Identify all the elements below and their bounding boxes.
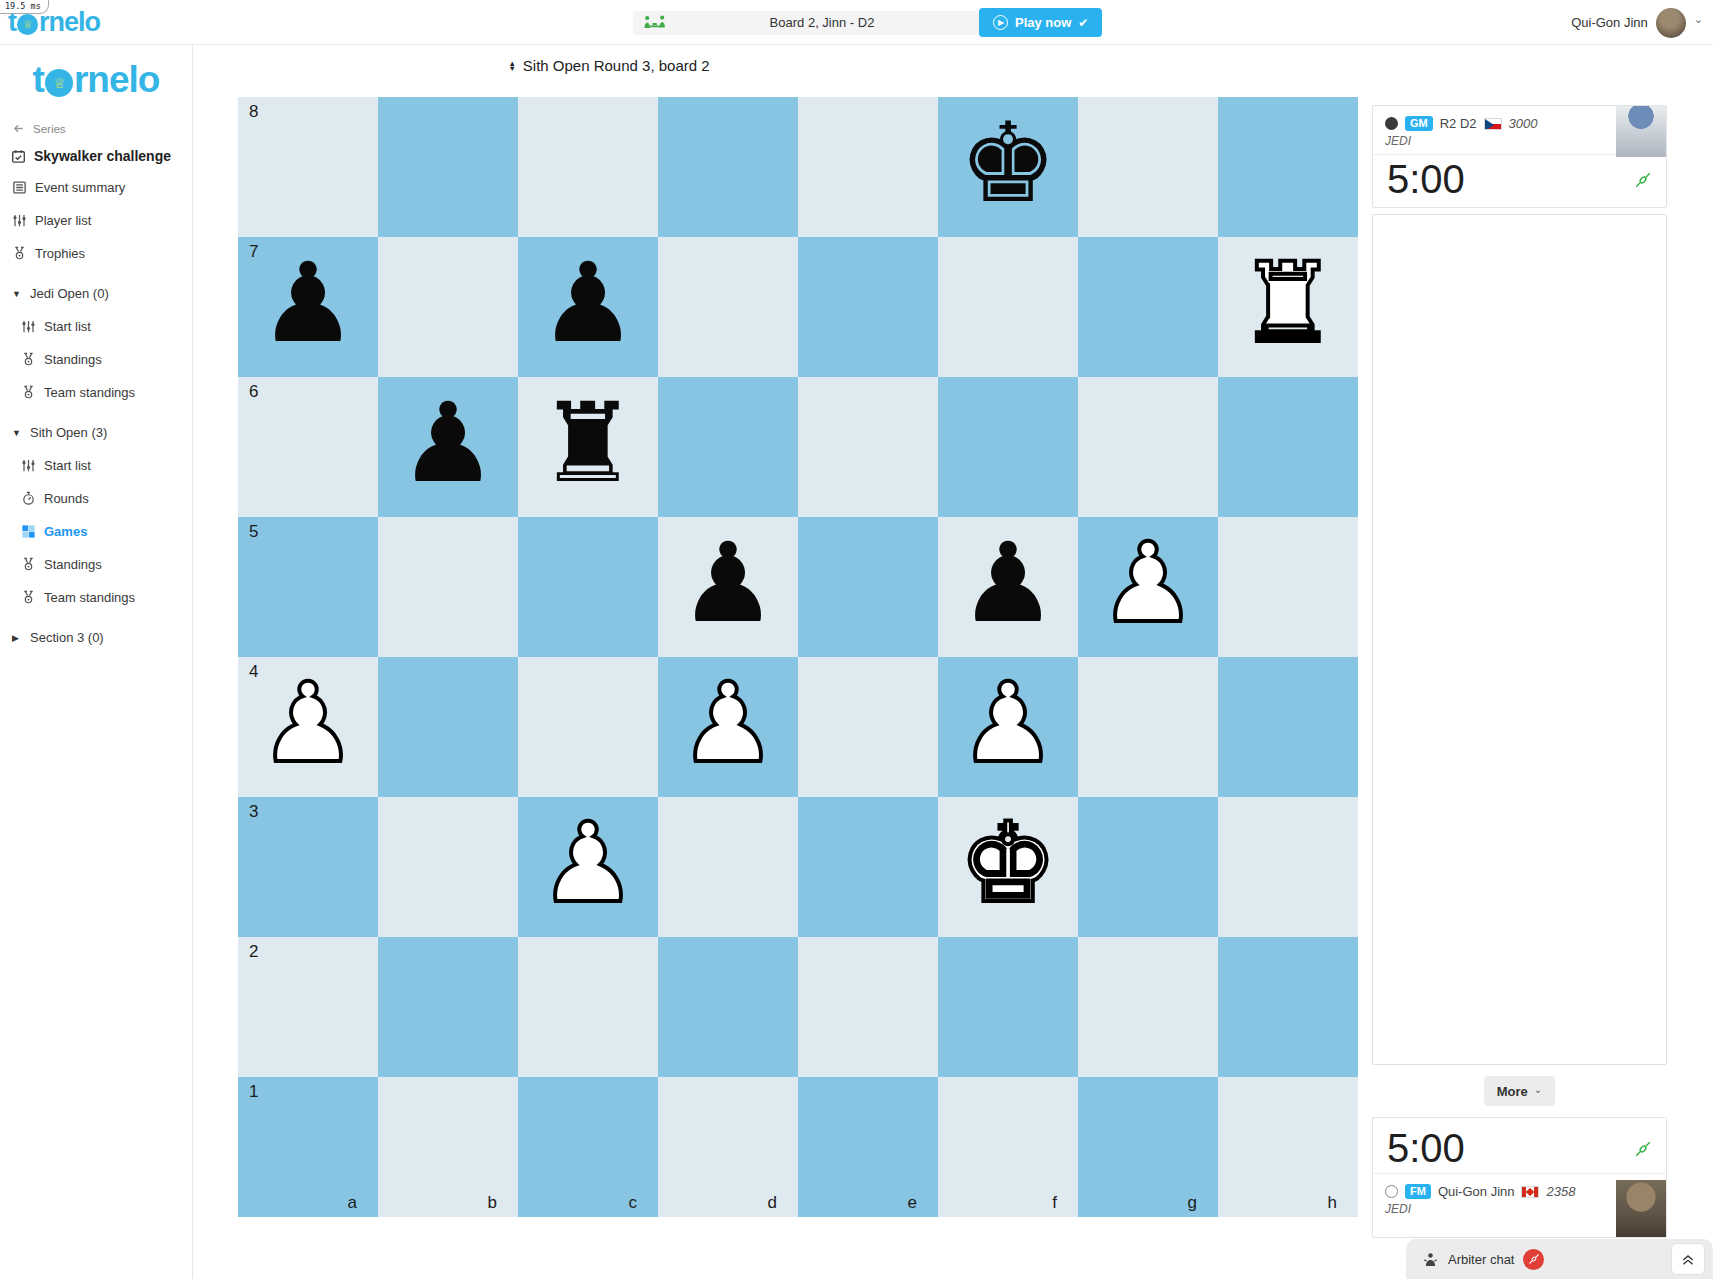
sidebar-item-start-list[interactable]: Start list xyxy=(0,449,192,482)
medal-icon xyxy=(21,590,36,605)
square-h5[interactable] xyxy=(1218,517,1358,657)
connected-plug-icon xyxy=(1634,1140,1652,1158)
flag-czech-republic-icon xyxy=(1484,118,1502,130)
square-b1[interactable]: b xyxy=(378,1077,518,1217)
sidebar-item-team-standings[interactable]: Team standings xyxy=(0,376,192,409)
user-name: Qui-Gon Jinn xyxy=(1571,15,1648,30)
square-h2[interactable] xyxy=(1218,937,1358,1077)
play-now-button[interactable]: ▶ Play now ✔ xyxy=(979,8,1102,37)
square-b4[interactable] xyxy=(378,657,518,797)
sidebar-item-label: Standings xyxy=(44,557,102,572)
square-g8[interactable] xyxy=(1078,97,1218,237)
connected-plug-icon xyxy=(1634,171,1652,189)
square-b7[interactable] xyxy=(378,237,518,377)
sidebar-item-trophies[interactable]: Trophies xyxy=(0,237,192,270)
user-avatar xyxy=(1656,8,1686,38)
back-arrow-icon xyxy=(12,122,27,137)
square-d7[interactable] xyxy=(658,237,798,377)
piece-black-pawn-d5: ♟ xyxy=(679,528,778,638)
crown-icon: ♕ xyxy=(45,69,73,97)
square-f2[interactable] xyxy=(938,937,1078,1077)
square-g6[interactable] xyxy=(1078,377,1218,517)
piece-black-king-f8: ♚ xyxy=(959,108,1058,218)
collapse-chat-button[interactable] xyxy=(1671,1243,1705,1275)
square-e3[interactable] xyxy=(798,797,938,937)
more-button[interactable]: More⌄ xyxy=(1484,1076,1555,1106)
player-avatar-r2d2 xyxy=(1616,106,1666,157)
play-now-label: Play now xyxy=(1015,15,1071,30)
square-g3[interactable] xyxy=(1078,797,1218,937)
square-h7[interactable]: ♜ xyxy=(1218,237,1358,377)
sidebar-item-games[interactable]: Games xyxy=(0,515,192,548)
arbiter-chat-label: Arbiter chat xyxy=(1448,1252,1514,1267)
triangle-down-icon: ▼ xyxy=(12,428,22,438)
flag-canada-icon xyxy=(1521,1186,1539,1198)
player-rating-black: 3000 xyxy=(1509,116,1538,131)
check-icon: ✔ xyxy=(1078,16,1088,30)
square-a2[interactable]: 2 xyxy=(238,937,378,1077)
app-root: t♕rnelo Board 2, Jinn - D2 ▶ Play now ✔ … xyxy=(0,0,1713,1279)
series-label: Series xyxy=(33,123,66,135)
sidebar-item-label: Start list xyxy=(44,458,91,473)
event-summary-icon xyxy=(12,180,27,195)
piece-black-pawn-b6: ♟ xyxy=(399,388,498,498)
square-c2[interactable] xyxy=(518,937,658,1077)
calendar-icon xyxy=(11,149,26,164)
sidebar-back-series[interactable]: Series xyxy=(0,117,192,141)
black-side-disc-icon xyxy=(1385,117,1398,130)
square-h1[interactable]: h xyxy=(1218,1077,1358,1217)
sidebar-item-event-summary[interactable]: Event summary xyxy=(0,171,192,204)
square-b6[interactable]: ♟ xyxy=(378,377,518,517)
games-icon xyxy=(21,524,36,539)
clock-row-black: 5:00 xyxy=(1373,155,1666,204)
square-d3[interactable] xyxy=(658,797,798,937)
topbar-center: Board 2, Jinn - D2 ▶ Play now ✔ xyxy=(633,8,1102,37)
chess-board: 8♚♟7♟♜6♟♜5♟♟♟♟4♟♟3♟♚21abcdefgh xyxy=(238,97,1358,1217)
piece-white-pawn-a4: ♟ xyxy=(259,668,358,778)
piece-black-pawn-c7: ♟ xyxy=(539,248,638,358)
square-f3[interactable]: ♚ xyxy=(938,797,1078,937)
square-e2[interactable] xyxy=(798,937,938,1077)
square-f4[interactable]: ♟ xyxy=(938,657,1078,797)
sidebar-item-standings[interactable]: Standings xyxy=(0,548,192,581)
player-avatar-quigon xyxy=(1616,1180,1666,1237)
sidebar-item-team-standings[interactable]: Team standings xyxy=(0,581,192,614)
square-b5[interactable] xyxy=(378,517,518,657)
sidebar-item-label: Standings xyxy=(44,352,102,367)
top-bar: t♕rnelo Board 2, Jinn - D2 ▶ Play now ✔ … xyxy=(0,0,1713,45)
square-e8[interactable] xyxy=(798,97,938,237)
triangle-right-icon: ▶ xyxy=(12,633,22,643)
square-h4[interactable] xyxy=(1218,657,1358,797)
square-h8[interactable] xyxy=(1218,97,1358,237)
rank-label-1: 1 xyxy=(249,1082,258,1102)
medal-icon xyxy=(21,352,36,367)
square-g5[interactable]: ♟ xyxy=(1078,517,1218,657)
player-name-black[interactable]: R2 D2 xyxy=(1440,116,1477,131)
square-g2[interactable] xyxy=(1078,937,1218,1077)
piece-black-pawn-a7: ♟ xyxy=(259,248,358,358)
file-label-a: a xyxy=(348,1193,357,1213)
latency-badge: 19.5 ms xyxy=(0,0,49,14)
board-title-label: Sith Open Round 3, board 2 xyxy=(523,57,710,74)
square-f8[interactable]: ♚ xyxy=(938,97,1078,237)
sidebar-item-rounds[interactable]: Rounds xyxy=(0,482,192,515)
square-d5[interactable]: ♟ xyxy=(658,517,798,657)
sidebar-item-label: Trophies xyxy=(35,246,85,261)
square-b3[interactable] xyxy=(378,797,518,937)
board-pill-label: Board 2, Jinn - D2 xyxy=(675,15,969,30)
sidebar-item-sith-open-3[interactable]: ▼Sith Open (3) xyxy=(0,416,192,449)
board-title: ▲▼ Sith Open Round 3, board 2 xyxy=(508,57,709,74)
piece-black-rook-c6: ♜ xyxy=(539,388,638,498)
piece-white-pawn-d4: ♟ xyxy=(679,668,778,778)
more-wrap: More⌄ xyxy=(1372,1076,1667,1106)
piece-white-pawn-f4: ♟ xyxy=(959,668,1058,778)
sidebar-item-label: Rounds xyxy=(44,491,89,506)
rank-label-3: 3 xyxy=(249,802,258,822)
rank-label-4: 4 xyxy=(249,662,258,682)
square-c7[interactable]: ♟ xyxy=(518,237,658,377)
square-e1[interactable]: e xyxy=(798,1077,938,1217)
rank-label-5: 5 xyxy=(249,522,258,542)
arbiter-person-icon xyxy=(1422,1251,1439,1268)
sidebar-item-label: Section 3 (0) xyxy=(30,630,104,645)
square-d8[interactable] xyxy=(658,97,798,237)
sidebar-event-title[interactable]: Skywalker challenge xyxy=(0,141,192,171)
square-d2[interactable] xyxy=(658,937,798,1077)
sidebar-item-section-3-0[interactable]: ▶Section 3 (0) xyxy=(0,621,192,654)
player-card-black: GM R2 D2 3000 JEDI 5:00 xyxy=(1372,105,1667,208)
square-c5[interactable] xyxy=(518,517,658,657)
sidebar-item-label: Player list xyxy=(35,213,91,228)
player-list-icon xyxy=(21,458,36,473)
square-a5[interactable]: 5 xyxy=(238,517,378,657)
square-g4[interactable] xyxy=(1078,657,1218,797)
square-e4[interactable] xyxy=(798,657,938,797)
sidebar-item-jedi-open-0[interactable]: ▼Jedi Open (0) xyxy=(0,277,192,310)
rank-label-7: 7 xyxy=(249,242,258,262)
piece-white-pawn-c3: ♟ xyxy=(539,808,638,918)
player-list-icon xyxy=(12,213,27,228)
rank-label-2: 2 xyxy=(249,942,258,962)
file-label-c: c xyxy=(629,1193,638,1213)
play-icon: ▶ xyxy=(993,15,1008,30)
square-h6[interactable] xyxy=(1218,377,1358,517)
arbiter-chat-bar[interactable]: Arbiter chat xyxy=(1406,1239,1713,1279)
tornelo-logo-sidebar[interactable]: t♕rnelo xyxy=(0,59,192,101)
square-a7[interactable]: ♟7 xyxy=(238,237,378,377)
chevron-down-icon: ⌄ xyxy=(1534,1084,1542,1095)
move-list-panel[interactable] xyxy=(1372,214,1667,1065)
logo-text: rnelo xyxy=(74,59,159,101)
sidebar-item-start-list[interactable]: Start list xyxy=(0,310,192,343)
medal-icon xyxy=(21,385,36,400)
double-chevron-up-icon xyxy=(1679,1251,1697,1267)
clock-row-white: 5:00 xyxy=(1373,1118,1666,1173)
sidebar-item-player-list[interactable]: Player list xyxy=(0,204,192,237)
file-label-g: g xyxy=(1188,1193,1197,1213)
player-name-white[interactable]: Qui-Gon Jinn xyxy=(1438,1184,1515,1199)
player-list-icon xyxy=(21,319,36,334)
player-rating-white: 2358 xyxy=(1546,1184,1575,1199)
flip-board-icon[interactable]: ▲▼ xyxy=(508,61,515,71)
title-badge-gm: GM xyxy=(1405,116,1433,131)
square-f1[interactable]: f xyxy=(938,1077,1078,1217)
board-selector[interactable]: Board 2, Jinn - D2 xyxy=(633,11,979,35)
rank-label-8: 8 xyxy=(249,102,258,122)
square-c6[interactable]: ♜ xyxy=(518,377,658,517)
crown-icon: ♕ xyxy=(17,14,38,35)
square-e5[interactable] xyxy=(798,517,938,657)
sidebar-item-label: Sith Open (3) xyxy=(30,425,107,440)
square-b2[interactable] xyxy=(378,937,518,1077)
square-f7[interactable] xyxy=(938,237,1078,377)
disconnected-badge xyxy=(1523,1249,1544,1270)
triangle-down-icon: ▼ xyxy=(12,289,22,299)
sidebar-item-label: Event summary xyxy=(35,180,125,195)
square-c8[interactable] xyxy=(518,97,658,237)
square-f6[interactable] xyxy=(938,377,1078,517)
sidebar-item-label: Team standings xyxy=(44,590,135,605)
square-a4[interactable]: ♟4 xyxy=(238,657,378,797)
piece-black-pawn-f5: ♟ xyxy=(959,528,1058,638)
square-a6[interactable]: 6 xyxy=(238,377,378,517)
more-label: More xyxy=(1497,1084,1528,1099)
sidebar-item-label: Start list xyxy=(44,319,91,334)
square-f5[interactable]: ♟ xyxy=(938,517,1078,657)
square-c3[interactable]: ♟ xyxy=(518,797,658,937)
medal-icon xyxy=(12,246,27,261)
square-d6[interactable] xyxy=(658,377,798,517)
event-title-label: Skywalker challenge xyxy=(34,148,171,164)
clock-black: 5:00 xyxy=(1387,157,1465,202)
square-e6[interactable] xyxy=(798,377,938,517)
rounds-icon xyxy=(21,491,36,506)
sidebar-item-label: Games xyxy=(44,524,87,539)
square-g1[interactable]: g xyxy=(1078,1077,1218,1217)
white-side-disc-icon xyxy=(1385,1185,1398,1198)
file-label-b: b xyxy=(488,1193,497,1213)
square-c4[interactable] xyxy=(518,657,658,797)
sidebar-item-standings[interactable]: Standings xyxy=(0,343,192,376)
file-label-e: e xyxy=(908,1193,917,1213)
logo-text: rnelo xyxy=(39,7,100,38)
players-at-board-icon xyxy=(643,15,667,30)
sidebar-item-label: Jedi Open (0) xyxy=(30,286,109,301)
square-a1[interactable]: 1a xyxy=(238,1077,378,1217)
rank-label-6: 6 xyxy=(249,382,258,402)
piece-white-rook-h7: ♜ xyxy=(1239,248,1338,358)
title-badge-fm: FM xyxy=(1405,1184,1431,1199)
square-a8[interactable]: 8 xyxy=(238,97,378,237)
square-e7[interactable] xyxy=(798,237,938,377)
sidebar-item-label: Team standings xyxy=(44,385,135,400)
square-g7[interactable] xyxy=(1078,237,1218,377)
square-c1[interactable]: c xyxy=(518,1077,658,1217)
file-label-d: d xyxy=(768,1193,777,1213)
medal-icon xyxy=(21,557,36,572)
square-d4[interactable]: ♟ xyxy=(658,657,798,797)
chevron-down-icon: ⌄ xyxy=(1694,13,1703,26)
sidebar: t♕rnelo Series Skywalker challenge Event… xyxy=(0,45,193,1279)
square-d1[interactable]: d xyxy=(658,1077,798,1217)
piece-white-king-f3: ♚ xyxy=(959,808,1058,918)
clock-white: 5:00 xyxy=(1387,1126,1465,1171)
square-b8[interactable] xyxy=(378,97,518,237)
file-label-f: f xyxy=(1052,1193,1057,1213)
piece-white-pawn-g5: ♟ xyxy=(1099,528,1198,638)
player-card-white: 5:00 FM Qui-Gon Jinn 2358 JEDI xyxy=(1372,1117,1667,1238)
square-h3[interactable] xyxy=(1218,797,1358,937)
file-label-h: h xyxy=(1328,1193,1337,1213)
square-a3[interactable]: 3 xyxy=(238,797,378,937)
user-menu[interactable]: Qui-Gon Jinn ⌄ xyxy=(1571,0,1703,45)
logo-text: t xyxy=(33,59,44,101)
